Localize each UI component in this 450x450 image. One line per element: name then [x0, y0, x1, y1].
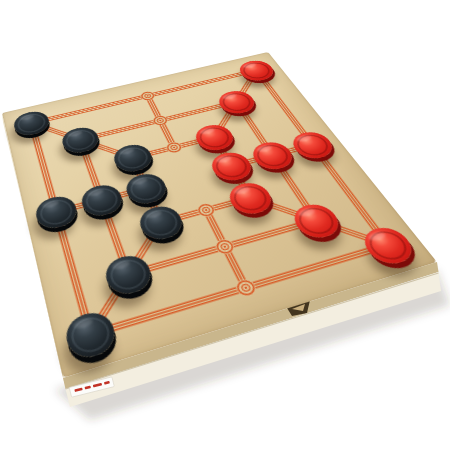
point-a7[interactable] — [8, 106, 55, 141]
piece-black-a7[interactable] — [12, 109, 52, 139]
point-f6[interactable] — [210, 86, 264, 119]
point-b2[interactable] — [97, 247, 162, 303]
piece-black-b4[interactable] — [78, 181, 126, 219]
piece-red-f6[interactable] — [214, 88, 260, 116]
piece-red-g7[interactable] — [235, 58, 279, 83]
point-g7[interactable] — [231, 56, 282, 86]
piece-black-b2[interactable] — [101, 251, 156, 298]
piece-black-a4[interactable] — [33, 193, 80, 233]
piece-red-g1[interactable] — [357, 223, 421, 268]
piece-black-a1[interactable] — [62, 308, 120, 363]
piece-black-b6[interactable] — [59, 124, 102, 156]
point-a1[interactable] — [57, 303, 125, 368]
product-photo-stage — [0, 0, 450, 450]
piece-red-f2[interactable] — [287, 200, 345, 242]
point-b6[interactable] — [55, 122, 106, 159]
point-f2[interactable] — [283, 197, 352, 246]
